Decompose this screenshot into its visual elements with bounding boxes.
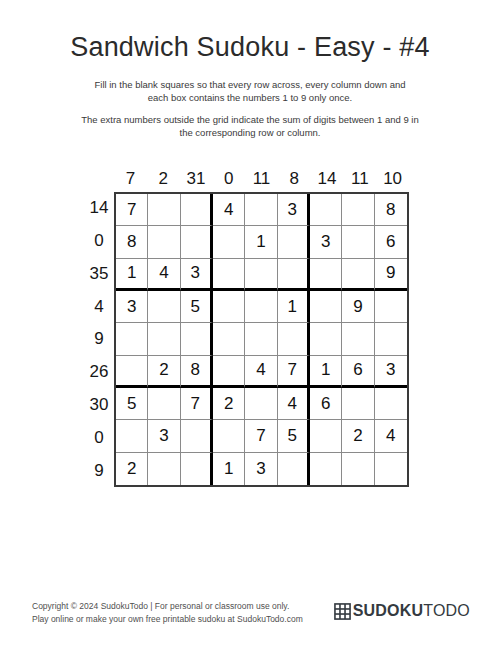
grid-cell[interactable] <box>181 194 213 226</box>
column-clue: 14 <box>318 169 337 189</box>
grid-cell[interactable] <box>245 323 277 355</box>
grid-cell[interactable]: 5 <box>181 291 213 323</box>
column-sum-clues: 72310118141110 <box>114 166 409 192</box>
grid-cell[interactable]: 2 <box>213 388 245 420</box>
grid-cell[interactable] <box>245 194 277 226</box>
grid-cell[interactable] <box>342 323 374 355</box>
grid-cell[interactable] <box>148 291 180 323</box>
grid-cell[interactable] <box>181 420 213 452</box>
grid-cell[interactable] <box>148 194 180 226</box>
grid-cell[interactable] <box>342 388 374 420</box>
grid-cell[interactable] <box>116 420 148 452</box>
column-clue: 31 <box>186 169 205 189</box>
row-clue: 9 <box>94 329 103 349</box>
row-clue: 26 <box>90 362 109 382</box>
grid-cell[interactable] <box>310 291 342 323</box>
grid-cell[interactable]: 8 <box>181 356 213 388</box>
grid-cell[interactable]: 7 <box>245 420 277 452</box>
grid-cell[interactable] <box>375 291 407 323</box>
logo-text-sudoku: SUDOKU <box>353 602 424 620</box>
grid-cell[interactable] <box>278 259 310 291</box>
grid-cell[interactable]: 7 <box>278 356 310 388</box>
grid-cell[interactable] <box>181 226 213 258</box>
grid-cell[interactable]: 2 <box>148 356 180 388</box>
grid-cell[interactable]: 1 <box>116 259 148 291</box>
grid-cell[interactable]: 3 <box>148 420 180 452</box>
column-clue: 0 <box>224 169 233 189</box>
column-clue: 2 <box>158 169 167 189</box>
column-clue: 7 <box>126 169 135 189</box>
grid-cell[interactable]: 1 <box>310 356 342 388</box>
instructions-paragraph-1: Fill in the blank squares so that every … <box>0 78 500 104</box>
grid-cell[interactable]: 8 <box>375 194 407 226</box>
column-clue: 10 <box>383 169 402 189</box>
column-clue: 8 <box>290 169 299 189</box>
printable-sudoku-page: Sandwich Sudoku - Easy - #4 Fill in the … <box>0 0 500 647</box>
sudoku-grid: 743881361439351928471635724637524213 <box>114 192 409 487</box>
grid-cell[interactable] <box>310 323 342 355</box>
grid-cell[interactable] <box>213 259 245 291</box>
column-clue: 11 <box>351 169 369 189</box>
grid-cell[interactable] <box>213 323 245 355</box>
footer-url-line: Play online or make your own free printa… <box>32 613 303 626</box>
grid-icon <box>334 603 353 620</box>
grid-cell[interactable] <box>148 323 180 355</box>
grid-cell[interactable]: 3 <box>245 453 277 485</box>
grid-cell[interactable] <box>148 388 180 420</box>
row-sum-clues: 1403549263009 <box>84 192 114 487</box>
grid-cell[interactable] <box>310 453 342 485</box>
grid-cell[interactable]: 7 <box>181 388 213 420</box>
grid-cell[interactable]: 1 <box>245 226 277 258</box>
instructions-line: the corresponding row or column. <box>0 126 500 139</box>
grid-cell[interactable]: 4 <box>278 388 310 420</box>
grid-cell[interactable] <box>181 453 213 485</box>
grid-cell[interactable] <box>310 194 342 226</box>
sandwich-sudoku-board-area: 72310118141110 1403549263009 74388136143… <box>84 166 409 487</box>
column-clue: 11 <box>253 169 271 189</box>
grid-cell[interactable] <box>148 453 180 485</box>
grid-cell[interactable]: 6 <box>310 388 342 420</box>
grid-cell[interactable] <box>245 388 277 420</box>
grid-cell[interactable] <box>342 194 374 226</box>
grid-cell[interactable] <box>213 226 245 258</box>
grid-cell[interactable] <box>278 323 310 355</box>
grid-cell[interactable]: 4 <box>148 259 180 291</box>
footer-text: Copyright © 2024 SudokuTodo | For person… <box>32 600 303 626</box>
grid-cell[interactable]: 7 <box>116 194 148 226</box>
grid-cell[interactable] <box>278 226 310 258</box>
grid-cell[interactable]: 3 <box>310 226 342 258</box>
page-footer: Copyright © 2024 SudokuTodo | For person… <box>32 600 470 626</box>
grid-cell[interactable] <box>213 420 245 452</box>
grid-cell[interactable]: 3 <box>278 194 310 226</box>
grid-cell[interactable]: 2 <box>116 453 148 485</box>
grid-cell[interactable] <box>310 259 342 291</box>
row-clue: 9 <box>94 461 103 481</box>
copyright-line: Copyright © 2024 SudokuTodo | For person… <box>32 600 303 613</box>
grid-cell[interactable] <box>213 356 245 388</box>
grid-cell[interactable]: 3 <box>375 356 407 388</box>
row-clue: 14 <box>90 198 109 218</box>
row-clue: 0 <box>94 231 103 251</box>
instructions-line: The extra numbers outside the grid indic… <box>0 113 500 126</box>
sudokutodo-logo: SUDOKUTODO <box>334 602 470 620</box>
grid-cell[interactable] <box>245 259 277 291</box>
grid-cell[interactable] <box>342 453 374 485</box>
grid-cell[interactable] <box>342 226 374 258</box>
clue-corner-spacer <box>84 166 114 192</box>
grid-cell[interactable]: 2 <box>342 420 374 452</box>
logo-text-todo: TODO <box>423 602 470 620</box>
grid-cell[interactable] <box>181 323 213 355</box>
grid-cell[interactable] <box>310 420 342 452</box>
grid-cell[interactable]: 6 <box>375 226 407 258</box>
row-clue: 30 <box>90 395 109 415</box>
grid-cell[interactable]: 4 <box>375 420 407 452</box>
grid-cell[interactable] <box>375 388 407 420</box>
grid-cell[interactable] <box>116 323 148 355</box>
grid-cell[interactable]: 5 <box>278 420 310 452</box>
grid-cell[interactable] <box>342 259 374 291</box>
grid-cell[interactable]: 8 <box>116 226 148 258</box>
row-clue: 0 <box>94 428 103 448</box>
grid-cell[interactable]: 4 <box>245 356 277 388</box>
instructions-line: Fill in the blank squares so that every … <box>0 78 500 91</box>
page-title: Sandwich Sudoku - Easy - #4 <box>0 32 500 63</box>
grid-cell[interactable]: 3 <box>116 291 148 323</box>
grid-cell[interactable] <box>375 323 407 355</box>
grid-cell[interactable] <box>213 291 245 323</box>
grid-cell[interactable]: 4 <box>213 194 245 226</box>
grid-cell[interactable] <box>278 453 310 485</box>
grid-cell[interactable]: 5 <box>116 388 148 420</box>
row-clue: 4 <box>94 297 103 317</box>
grid-cell[interactable]: 3 <box>181 259 213 291</box>
instructions-line: each box contains the numbers 1 to 9 onl… <box>0 91 500 104</box>
grid-cell[interactable] <box>245 291 277 323</box>
grid-cell[interactable] <box>375 453 407 485</box>
grid-cell[interactable]: 9 <box>375 259 407 291</box>
grid-cell[interactable]: 6 <box>342 356 374 388</box>
grid-cell[interactable] <box>148 226 180 258</box>
grid-cell[interactable] <box>116 356 148 388</box>
instructions-paragraph-2: The extra numbers outside the grid indic… <box>0 113 500 139</box>
row-clue: 35 <box>90 264 109 284</box>
instructions: Fill in the blank squares so that every … <box>0 78 500 148</box>
grid-cell[interactable]: 9 <box>342 291 374 323</box>
grid-cell[interactable]: 1 <box>278 291 310 323</box>
grid-cell[interactable]: 1 <box>213 453 245 485</box>
